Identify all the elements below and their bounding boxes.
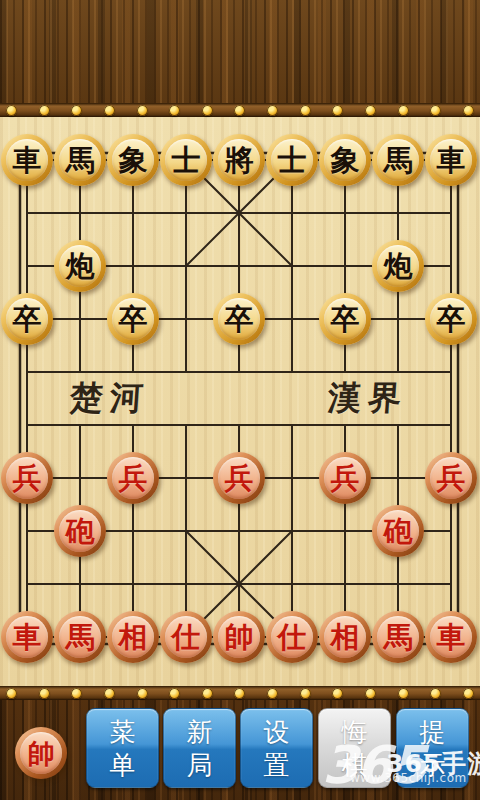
- piece-face: 卒: [430, 298, 472, 340]
- piece-red-相[interactable]: 相: [107, 611, 159, 663]
- piece-red-兵[interactable]: 兵: [107, 452, 159, 504]
- piece-glyph: 馬: [384, 146, 413, 175]
- stud: [300, 105, 311, 116]
- piece-face: 卒: [218, 298, 260, 340]
- piece-glyph: 馬: [384, 623, 413, 652]
- piece-face: 車: [430, 616, 472, 658]
- piece-red-相[interactable]: 相: [319, 611, 371, 663]
- piece-face: 兵: [6, 457, 48, 499]
- piece-red-帥[interactable]: 帥: [213, 611, 265, 663]
- piece-red-兵[interactable]: 兵: [213, 452, 265, 504]
- stud: [202, 105, 213, 116]
- piece-glyph: 車: [437, 146, 466, 175]
- piece-black-象[interactable]: 象: [319, 134, 371, 186]
- stud: [202, 688, 213, 699]
- piece-red-兵[interactable]: 兵: [1, 452, 53, 504]
- piece-face: 帥: [218, 616, 260, 658]
- piece-face: 砲: [377, 510, 419, 552]
- piece-glyph: 卒: [225, 305, 254, 334]
- stud: [365, 688, 376, 699]
- piece-face: 炮: [59, 245, 101, 287]
- top-wood-frame: [0, 0, 480, 103]
- piece-face: 象: [324, 139, 366, 181]
- piece-glyph: 相: [119, 623, 148, 652]
- hint-button-char2: 示: [420, 750, 446, 780]
- piece-glyph: 車: [13, 623, 42, 652]
- top-stud-bar: [0, 103, 480, 117]
- piece-black-卒[interactable]: 卒: [1, 293, 53, 345]
- piece-face: 仕: [165, 616, 207, 658]
- new-game-button[interactable]: 新 局: [163, 708, 236, 788]
- stud: [300, 688, 311, 699]
- stud: [430, 688, 441, 699]
- piece-glyph: 卒: [437, 305, 466, 334]
- new-game-button-char1: 新: [187, 717, 213, 747]
- piece-glyph: 象: [331, 146, 360, 175]
- stud: [169, 688, 180, 699]
- piece-black-卒[interactable]: 卒: [425, 293, 477, 345]
- stud: [234, 688, 245, 699]
- new-game-button-char2: 局: [187, 750, 213, 780]
- piece-face: 砲: [59, 510, 101, 552]
- piece-face: 卒: [112, 298, 154, 340]
- piece-glyph: 兵: [119, 464, 148, 493]
- piece-black-卒[interactable]: 卒: [319, 293, 371, 345]
- stud: [137, 105, 148, 116]
- piece-glyph: 車: [437, 623, 466, 652]
- stud: [332, 688, 343, 699]
- piece-red-馬[interactable]: 馬: [372, 611, 424, 663]
- stud: [169, 105, 180, 116]
- piece-glyph: 卒: [13, 305, 42, 334]
- stud: [430, 105, 441, 116]
- undo-button-char2: 棋: [342, 750, 368, 780]
- piece-face: 車: [430, 139, 472, 181]
- bottom-stud-bar: [0, 686, 480, 700]
- settings-button-char2: 置: [264, 750, 290, 780]
- piece-glyph: 士: [172, 146, 201, 175]
- piece-glyph: 車: [13, 146, 42, 175]
- piece-face: 炮: [377, 245, 419, 287]
- piece-face: 象: [112, 139, 154, 181]
- stud: [463, 105, 474, 116]
- piece-face: 兵: [324, 457, 366, 499]
- piece-glyph: 兵: [437, 464, 466, 493]
- piece-black-象[interactable]: 象: [107, 134, 159, 186]
- piece-face: 車: [6, 616, 48, 658]
- stud: [39, 688, 50, 699]
- piece-glyph: 仕: [278, 623, 307, 652]
- piece-glyph: 兵: [331, 464, 360, 493]
- piece-glyph: 士: [278, 146, 307, 175]
- turn-indicator-piece: 帥: [15, 727, 67, 779]
- piece-glyph: 砲: [384, 517, 413, 546]
- piece-face: 士: [271, 139, 313, 181]
- settings-button[interactable]: 设 置: [240, 708, 313, 788]
- piece-red-兵[interactable]: 兵: [425, 452, 477, 504]
- piece-glyph: 卒: [331, 305, 360, 334]
- piece-face: 將: [218, 139, 260, 181]
- piece-face: 卒: [324, 298, 366, 340]
- hint-button-char1: 提: [420, 717, 446, 747]
- piece-glyph: 將: [225, 146, 254, 175]
- piece-black-馬[interactable]: 馬: [54, 134, 106, 186]
- stud: [332, 105, 343, 116]
- piece-glyph: 相: [331, 623, 360, 652]
- settings-button-char1: 设: [264, 717, 290, 747]
- river-label-chu-he: 楚河: [69, 379, 152, 419]
- stud: [71, 105, 82, 116]
- piece-face: 士: [165, 139, 207, 181]
- piece-face: 兵: [218, 457, 260, 499]
- piece-glyph: 帥: [225, 623, 254, 652]
- menu-button-char1: 菜: [110, 717, 136, 747]
- stud: [137, 688, 148, 699]
- stud: [104, 105, 115, 116]
- piece-black-卒[interactable]: 卒: [213, 293, 265, 345]
- piece-face: 馬: [59, 139, 101, 181]
- piece-glyph: 馬: [66, 623, 95, 652]
- piece-glyph: 炮: [384, 252, 413, 281]
- stud: [267, 105, 278, 116]
- piece-black-車[interactable]: 車: [1, 134, 53, 186]
- piece-face: 車: [6, 139, 48, 181]
- stud: [6, 105, 17, 116]
- piece-red-仕[interactable]: 仕: [266, 611, 318, 663]
- piece-glyph: 兵: [13, 464, 42, 493]
- piece-black-炮[interactable]: 炮: [54, 240, 106, 292]
- stud: [39, 105, 50, 116]
- piece-face: 兵: [430, 457, 472, 499]
- piece-black-卒[interactable]: 卒: [107, 293, 159, 345]
- stud: [463, 688, 474, 699]
- piece-red-砲[interactable]: 砲: [372, 505, 424, 557]
- stud: [234, 105, 245, 116]
- piece-glyph: 象: [119, 146, 148, 175]
- piece-red-車[interactable]: 車: [425, 611, 477, 663]
- stud: [365, 105, 376, 116]
- piece-face: 仕: [271, 616, 313, 658]
- piece-glyph: 卒: [119, 305, 148, 334]
- menu-button-char2: 单: [110, 750, 136, 780]
- piece-face: 相: [324, 616, 366, 658]
- piece-face: 兵: [112, 457, 154, 499]
- piece-black-士[interactable]: 士: [160, 134, 212, 186]
- stud: [104, 688, 115, 699]
- piece-face: 卒: [6, 298, 48, 340]
- piece-black-馬[interactable]: 馬: [372, 134, 424, 186]
- stud: [6, 688, 17, 699]
- undo-button[interactable]: 悔 棋: [318, 708, 391, 788]
- piece-face: 馬: [377, 139, 419, 181]
- piece-face: 馬: [377, 616, 419, 658]
- stud: [71, 688, 82, 699]
- river-label-han-jie: 漢界: [327, 379, 410, 419]
- piece-face: 馬: [59, 616, 101, 658]
- piece-black-士[interactable]: 士: [266, 134, 318, 186]
- piece-glyph: 帥: [28, 740, 55, 767]
- stud: [398, 105, 409, 116]
- piece-black-將[interactable]: 將: [213, 134, 265, 186]
- piece-face: 相: [112, 616, 154, 658]
- piece-glyph: 兵: [225, 464, 254, 493]
- stud: [267, 688, 278, 699]
- piece-red-兵[interactable]: 兵: [319, 452, 371, 504]
- piece-black-車[interactable]: 車: [425, 134, 477, 186]
- piece-glyph: 仕: [172, 623, 201, 652]
- piece-red-馬[interactable]: 馬: [54, 611, 106, 663]
- piece-red-車[interactable]: 車: [1, 611, 53, 663]
- piece-red-砲[interactable]: 砲: [54, 505, 106, 557]
- piece-glyph: 馬: [66, 146, 95, 175]
- menu-button[interactable]: 菜 单: [86, 708, 159, 788]
- undo-button-char1: 悔: [342, 717, 368, 747]
- piece-black-炮[interactable]: 炮: [372, 240, 424, 292]
- piece-glyph: 炮: [66, 252, 95, 281]
- stud: [398, 688, 409, 699]
- xiangqi-board[interactable]: 楚河 漢界 車馬象士將士象馬車炮炮卒卒卒卒卒兵兵兵兵兵砲砲車馬相仕帥仕相馬車: [0, 117, 480, 686]
- xiangqi-app-screen: 楚河 漢界 車馬象士將士象馬車炮炮卒卒卒卒卒兵兵兵兵兵砲砲車馬相仕帥仕相馬車 帥…: [0, 0, 480, 800]
- hint-button[interactable]: 提 示: [396, 708, 469, 788]
- piece-glyph: 砲: [66, 517, 95, 546]
- piece-red-仕[interactable]: 仕: [160, 611, 212, 663]
- piece-face: 帥: [20, 732, 62, 774]
